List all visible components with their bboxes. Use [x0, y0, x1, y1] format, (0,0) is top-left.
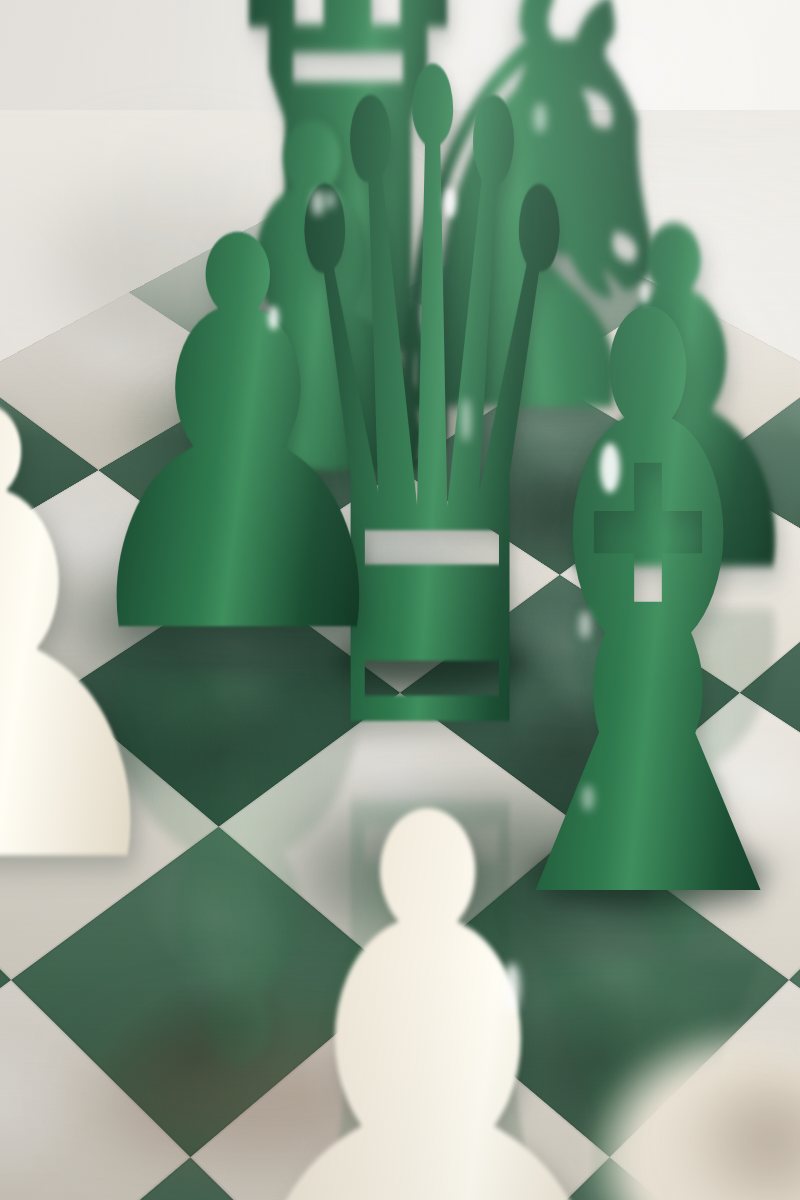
chess-photo-scene: ♟♛♟♝ ♜♞♟♟♛♟♝♟♟ [0, 0, 800, 1200]
piece-white-pawn-front[interactable]: ♟ [159, 715, 697, 1200]
